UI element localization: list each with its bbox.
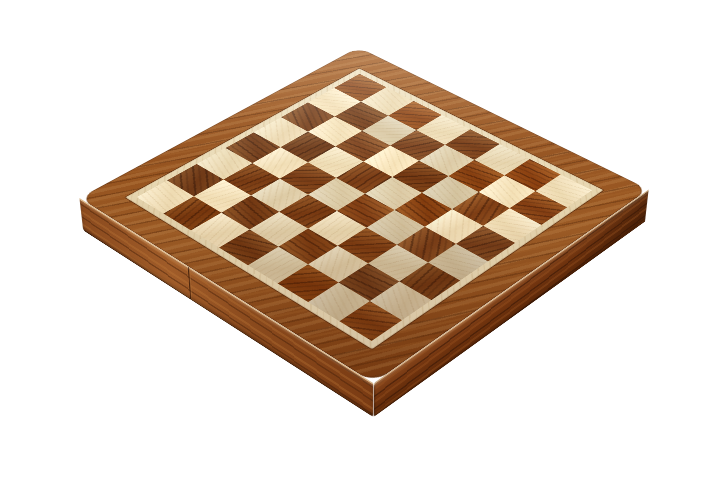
chess-board bbox=[81, 63, 646, 401]
maple-border-strip bbox=[125, 68, 603, 349]
product-photo-stage bbox=[0, 0, 720, 478]
hinge-seam bbox=[188, 266, 193, 301]
board-top-face bbox=[79, 47, 648, 383]
board-3d-scene bbox=[0, 0, 720, 478]
